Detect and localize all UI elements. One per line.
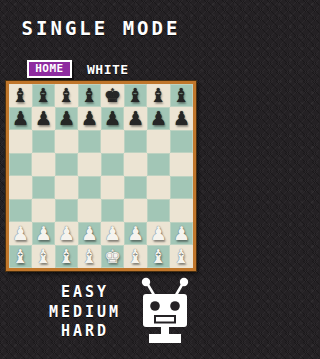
square-g5[interactable] — [147, 153, 170, 176]
black-bishop: ♝ — [78, 84, 101, 107]
black-pawn: ♟ — [78, 107, 101, 130]
square-g3[interactable] — [147, 199, 170, 222]
white-bishop: ♝ — [147, 245, 170, 268]
white-pawn: ♟ — [9, 222, 32, 245]
square-a1[interactable]: ♝ — [9, 245, 32, 268]
white-bishop: ♝ — [9, 245, 32, 268]
square-a8[interactable]: ♝ — [9, 84, 32, 107]
square-f7[interactable]: ♟ — [124, 107, 147, 130]
square-h2[interactable]: ♟ — [170, 222, 193, 245]
square-b2[interactable]: ♟ — [32, 222, 55, 245]
black-bishop: ♝ — [32, 84, 55, 107]
black-bishop: ♝ — [9, 84, 32, 107]
square-c5[interactable] — [55, 153, 78, 176]
white-pawn: ♟ — [78, 222, 101, 245]
square-c8[interactable]: ♝ — [55, 84, 78, 107]
square-a4[interactable] — [9, 176, 32, 199]
black-bishop: ♝ — [55, 84, 78, 107]
square-h8[interactable]: ♝ — [170, 84, 193, 107]
square-g4[interactable] — [147, 176, 170, 199]
square-f6[interactable] — [124, 130, 147, 153]
white-pawn: ♟ — [170, 222, 193, 245]
square-f4[interactable] — [124, 176, 147, 199]
square-g1[interactable]: ♝ — [147, 245, 170, 268]
square-g2[interactable]: ♟ — [147, 222, 170, 245]
square-g7[interactable]: ♟ — [147, 107, 170, 130]
black-bishop: ♝ — [170, 84, 193, 107]
square-b3[interactable] — [32, 199, 55, 222]
square-c7[interactable]: ♟ — [55, 107, 78, 130]
square-b7[interactable]: ♟ — [32, 107, 55, 130]
square-f5[interactable] — [124, 153, 147, 176]
square-b4[interactable] — [32, 176, 55, 199]
white-bishop: ♝ — [32, 245, 55, 268]
square-f3[interactable] — [124, 199, 147, 222]
black-pawn: ♟ — [55, 107, 78, 130]
page-title: SINGLE MODE — [0, 14, 202, 42]
square-e3[interactable] — [101, 199, 124, 222]
black-bishop: ♝ — [147, 84, 170, 107]
home-button[interactable]: HOME — [27, 60, 72, 78]
square-f1[interactable]: ♝ — [124, 245, 147, 268]
square-e7[interactable]: ♟ — [101, 107, 124, 130]
square-e5[interactable] — [101, 153, 124, 176]
black-pawn: ♟ — [170, 107, 193, 130]
side-to-play-label[interactable]: WHITE — [87, 62, 129, 78]
square-h1[interactable]: ♝ — [170, 245, 193, 268]
square-d7[interactable]: ♟ — [78, 107, 101, 130]
square-d2[interactable]: ♟ — [78, 222, 101, 245]
square-h5[interactable] — [170, 153, 193, 176]
square-g6[interactable] — [147, 130, 170, 153]
square-d4[interactable] — [78, 176, 101, 199]
white-bishop: ♝ — [78, 245, 101, 268]
white-bishop: ♝ — [170, 245, 193, 268]
white-king: ♚ — [101, 245, 124, 268]
black-pawn: ♟ — [147, 107, 170, 130]
square-c4[interactable] — [55, 176, 78, 199]
square-h4[interactable] — [170, 176, 193, 199]
square-b8[interactable]: ♝ — [32, 84, 55, 107]
square-d3[interactable] — [78, 199, 101, 222]
black-pawn: ♟ — [9, 107, 32, 130]
white-pawn: ♟ — [147, 222, 170, 245]
square-a6[interactable] — [9, 130, 32, 153]
square-b1[interactable]: ♝ — [32, 245, 55, 268]
square-d5[interactable] — [78, 153, 101, 176]
square-e2[interactable]: ♟ — [101, 222, 124, 245]
square-b5[interactable] — [32, 153, 55, 176]
square-e8[interactable]: ♚ — [101, 84, 124, 107]
square-c2[interactable]: ♟ — [55, 222, 78, 245]
black-bishop: ♝ — [124, 84, 147, 107]
square-f2[interactable]: ♟ — [124, 222, 147, 245]
black-pawn: ♟ — [32, 107, 55, 130]
square-a2[interactable]: ♟ — [9, 222, 32, 245]
square-e1[interactable]: ♚ — [101, 245, 124, 268]
square-f8[interactable]: ♝ — [124, 84, 147, 107]
black-king: ♚ — [101, 84, 124, 107]
square-h3[interactable] — [170, 199, 193, 222]
square-a5[interactable] — [9, 153, 32, 176]
square-g8[interactable]: ♝ — [147, 84, 170, 107]
black-pawn: ♟ — [101, 107, 124, 130]
white-bishop: ♝ — [55, 245, 78, 268]
app-screen: { "game": "chess", "app": { "title": "SI… — [0, 0, 202, 359]
square-d6[interactable] — [78, 130, 101, 153]
white-pawn: ♟ — [124, 222, 147, 245]
chess-board: ♝♝♝♝♚♝♝♝♟♟♟♟♟♟♟♟♟♟♟♟♟♟♟♟♝♝♝♝♚♝♝♝ — [6, 81, 196, 271]
square-a3[interactable] — [9, 199, 32, 222]
white-pawn: ♟ — [101, 222, 124, 245]
black-pawn: ♟ — [124, 107, 147, 130]
white-bishop: ♝ — [124, 245, 147, 268]
white-pawn: ♟ — [55, 222, 78, 245]
square-c3[interactable] — [55, 199, 78, 222]
square-a7[interactable]: ♟ — [9, 107, 32, 130]
square-h6[interactable] — [170, 130, 193, 153]
square-c1[interactable]: ♝ — [55, 245, 78, 268]
square-d1[interactable]: ♝ — [78, 245, 101, 268]
square-d8[interactable]: ♝ — [78, 84, 101, 107]
robot-icon — [139, 277, 191, 345]
square-e6[interactable] — [101, 130, 124, 153]
white-pawn: ♟ — [32, 222, 55, 245]
square-c6[interactable] — [55, 130, 78, 153]
square-b6[interactable] — [32, 130, 55, 153]
square-e4[interactable] — [101, 176, 124, 199]
square-h7[interactable]: ♟ — [170, 107, 193, 130]
